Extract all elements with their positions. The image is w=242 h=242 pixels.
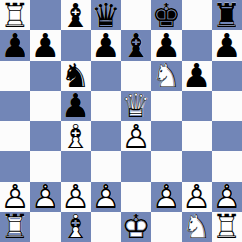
square-a2[interactable]: ♟♙ [0,182,30,212]
square-c3[interactable] [61,151,91,181]
piece-detail: ♙ [0,30,30,60]
white-queen-e5[interactable]: ♛♕ [121,91,151,121]
square-e1[interactable]: ♚♔ [121,212,151,242]
square-a7[interactable]: ♙♟ [0,30,30,60]
piece-fill: ♟ [0,182,30,212]
piece-body: ♞ [61,61,91,91]
square-g7[interactable] [182,30,212,60]
piece-body: ♟ [212,30,242,60]
white-pawn-e4[interactable]: ♟♙ [121,121,151,151]
black-pawn-h7[interactable]: ♙♟ [212,30,242,60]
square-g4[interactable] [182,121,212,151]
square-c4[interactable]: ♝♗ [61,121,91,151]
black-pawn-b7[interactable]: ♙♟ [30,30,60,60]
square-b2[interactable]: ♟♙ [30,182,60,212]
white-bishop-c4[interactable]: ♝♗ [61,121,91,151]
piece-fill: ♟ [91,182,121,212]
piece-outline: ♖ [0,212,30,242]
square-c2[interactable]: ♟♙ [61,182,91,212]
square-g8[interactable] [182,0,212,30]
piece-outline: ♙ [61,182,91,212]
square-b6[interactable] [30,61,60,91]
black-rook-h8[interactable]: ♖♜ [212,0,242,30]
white-pawn-f2[interactable]: ♟♙ [151,182,181,212]
square-d5[interactable] [91,91,121,121]
white-pawn-c2[interactable]: ♟♙ [61,182,91,212]
square-f2[interactable]: ♟♙ [151,182,181,212]
white-knight-f6[interactable]: ♞♘ [151,61,181,91]
square-b7[interactable]: ♙♟ [30,30,60,60]
piece-detail: ♙ [61,91,91,121]
square-h5[interactable] [212,91,242,121]
square-f5[interactable] [151,91,181,121]
piece-detail: ♘ [61,61,91,91]
piece-outline: ♙ [121,121,151,151]
piece-outline: ♙ [182,182,212,212]
piece-outline: ♗ [61,121,91,151]
piece-fill: ♟ [182,182,212,212]
piece-detail: ♙ [91,30,121,60]
chess-board-window: ♜♖♗♝♕♛♔♚♖♜♙♟♙♟♙♟♗♝♙♟♙♟♘♞♞♘♙♟♙♟♛♕♝♗♟♙♟♙♟♙… [0,0,242,242]
square-h7[interactable]: ♙♟ [212,30,242,60]
piece-body: ♟ [91,30,121,60]
square-g3[interactable] [182,151,212,181]
white-pawn-b2[interactable]: ♟♙ [30,182,60,212]
square-e4[interactable]: ♟♙ [121,121,151,151]
piece-fill: ♜ [212,212,242,242]
piece-detail: ♙ [212,30,242,60]
square-a4[interactable] [0,121,30,151]
piece-outline: ♗ [61,212,91,242]
black-queen-d8[interactable]: ♕♛ [91,0,121,30]
piece-detail: ♙ [182,61,212,91]
square-f8[interactable]: ♔♚ [151,0,181,30]
piece-detail: ♗ [61,0,91,30]
piece-fill: ♝ [61,212,91,242]
square-a3[interactable] [0,151,30,181]
piece-detail: ♙ [30,30,60,60]
piece-outline: ♙ [30,182,60,212]
square-c7[interactable] [61,30,91,60]
square-a1[interactable]: ♜♖ [0,212,30,242]
square-h3[interactable] [212,151,242,181]
piece-fill: ♜ [0,212,30,242]
square-b5[interactable] [30,91,60,121]
piece-fill: ♜ [0,0,30,30]
piece-outline: ♙ [0,182,30,212]
square-g5[interactable] [182,91,212,121]
piece-body: ♟ [61,91,91,121]
square-d1[interactable] [91,212,121,242]
piece-body: ♟ [30,30,60,60]
piece-body: ♟ [0,30,30,60]
piece-detail: ♗ [121,30,151,60]
square-c6[interactable]: ♘♞ [61,61,91,91]
square-a5[interactable] [0,91,30,121]
square-e3[interactable] [121,151,151,181]
piece-fill: ♟ [30,182,60,212]
square-h6[interactable] [212,61,242,91]
square-b8[interactable] [30,0,60,30]
white-pawn-d2[interactable]: ♟♙ [91,182,121,212]
square-d7[interactable]: ♙♟ [91,30,121,60]
square-g2[interactable]: ♟♙ [182,182,212,212]
square-g6[interactable]: ♙♟ [182,61,212,91]
piece-body: ♝ [61,0,91,30]
square-f6[interactable]: ♞♘ [151,61,181,91]
square-d6[interactable] [91,61,121,91]
piece-outline: ♕ [121,91,151,121]
white-pawn-h2[interactable]: ♟♙ [212,182,242,212]
white-pawn-g2[interactable]: ♟♙ [182,182,212,212]
piece-body: ♚ [151,0,181,30]
piece-body: ♟ [182,61,212,91]
square-e6[interactable] [121,61,151,91]
square-f4[interactable] [151,121,181,151]
piece-body: ♝ [121,30,151,60]
black-bishop-e7[interactable]: ♗♝ [121,30,151,60]
square-c5[interactable]: ♙♟ [61,91,91,121]
piece-outline: ♙ [151,182,181,212]
square-c1[interactable]: ♝♗ [61,212,91,242]
chess-board: ♜♖♗♝♕♛♔♚♖♜♙♟♙♟♙♟♗♝♙♟♙♟♘♞♞♘♙♟♙♟♛♕♝♗♟♙♟♙♟♙… [0,0,242,242]
black-pawn-g6[interactable]: ♙♟ [182,61,212,91]
square-h8[interactable]: ♖♜ [212,0,242,30]
black-bishop-c8[interactable]: ♗♝ [61,0,91,30]
square-h4[interactable] [212,121,242,151]
piece-fill: ♟ [121,121,151,151]
white-rook-a1[interactable]: ♜♖ [0,212,30,242]
square-c8[interactable]: ♗♝ [61,0,91,30]
square-f1[interactable] [151,212,181,242]
piece-fill: ♛ [121,91,151,121]
white-knight-g1[interactable]: ♞♘ [182,212,212,242]
piece-fill: ♝ [61,121,91,151]
white-bishop-c1[interactable]: ♝♗ [61,212,91,242]
piece-outline: ♙ [212,182,242,212]
square-b4[interactable] [30,121,60,151]
white-pawn-a2[interactable]: ♟♙ [0,182,30,212]
white-rook-h1[interactable]: ♜♖ [212,212,242,242]
black-pawn-f7[interactable]: ♙♟ [151,30,181,60]
square-d3[interactable] [91,151,121,181]
piece-detail: ♔ [151,0,181,30]
white-rook-a8[interactable]: ♜♖ [0,0,30,30]
piece-outline: ♙ [91,182,121,212]
square-g1[interactable]: ♞♘ [182,212,212,242]
piece-fill: ♟ [212,182,242,212]
square-f7[interactable]: ♙♟ [151,30,181,60]
square-e8[interactable] [121,0,151,30]
black-pawn-c5[interactable]: ♙♟ [61,91,91,121]
piece-detail: ♖ [212,0,242,30]
piece-outline: ♘ [151,61,181,91]
piece-outline: ♔ [121,212,151,242]
square-a6[interactable] [0,61,30,91]
black-knight-c6[interactable]: ♘♞ [61,61,91,91]
square-a8[interactable]: ♜♖ [0,0,30,30]
square-h2[interactable]: ♟♙ [212,182,242,212]
piece-fill: ♞ [182,212,212,242]
square-h1[interactable]: ♜♖ [212,212,242,242]
piece-body: ♛ [91,0,121,30]
piece-fill: ♚ [121,212,151,242]
square-b3[interactable] [30,151,60,181]
square-d4[interactable] [91,121,121,151]
square-d8[interactable]: ♕♛ [91,0,121,30]
black-king-f8[interactable]: ♔♚ [151,0,181,30]
piece-detail: ♙ [151,30,181,60]
square-e7[interactable]: ♗♝ [121,30,151,60]
square-b1[interactable] [30,212,60,242]
piece-fill: ♞ [151,61,181,91]
square-f3[interactable] [151,151,181,181]
black-pawn-a7[interactable]: ♙♟ [0,30,30,60]
piece-detail: ♕ [91,0,121,30]
square-d2[interactable]: ♟♙ [91,182,121,212]
piece-fill: ♟ [61,182,91,212]
piece-body: ♟ [151,30,181,60]
piece-fill: ♟ [151,182,181,212]
piece-outline: ♘ [182,212,212,242]
square-e2[interactable] [121,182,151,212]
white-king-e1[interactable]: ♚♔ [121,212,151,242]
piece-outline: ♖ [0,0,30,30]
square-e5[interactable]: ♛♕ [121,91,151,121]
piece-body: ♜ [212,0,242,30]
black-pawn-d7[interactable]: ♙♟ [91,30,121,60]
piece-outline: ♖ [212,212,242,242]
